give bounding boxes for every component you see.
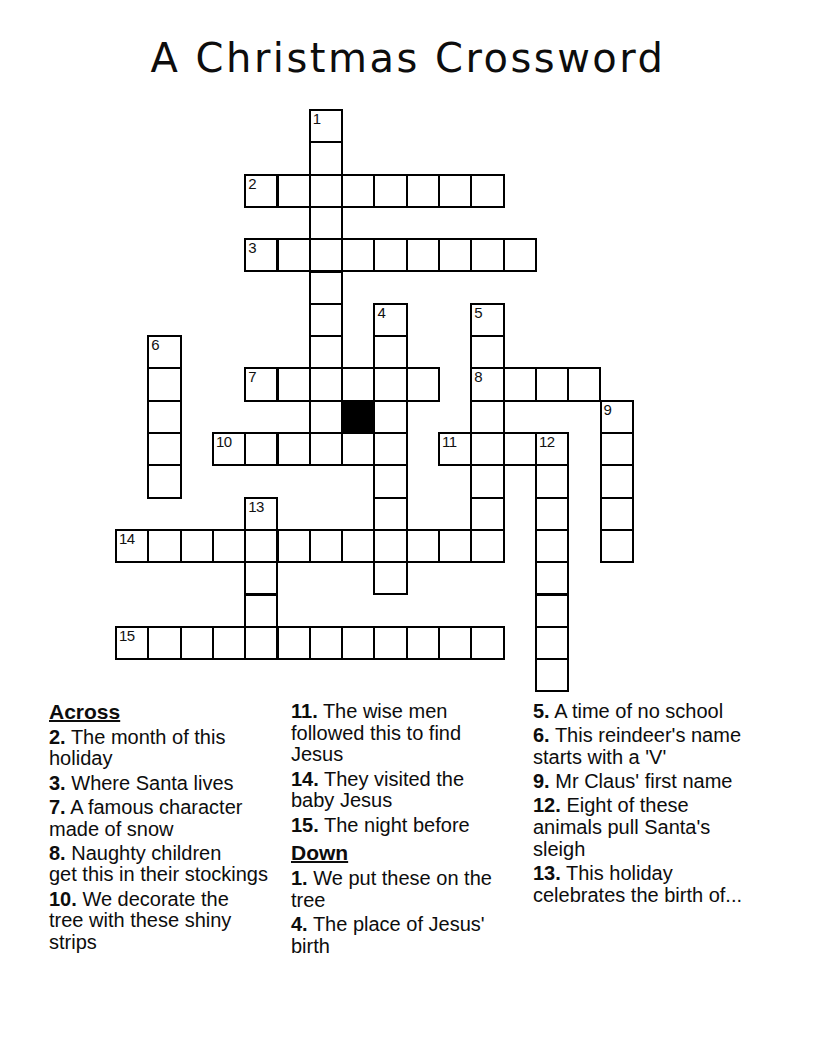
grid-cell[interactable] bbox=[309, 529, 343, 563]
grid-cell[interactable] bbox=[600, 529, 634, 563]
clue-list-heading: Across bbox=[49, 701, 290, 723]
grid-cell[interactable] bbox=[503, 432, 537, 466]
clue-item: 10. We decorate the tree with these shin… bbox=[49, 889, 290, 954]
grid-cell[interactable] bbox=[212, 626, 246, 660]
clue-number: 1. bbox=[291, 867, 308, 889]
clue-number: 14. bbox=[291, 768, 319, 790]
clue-text: The place of Jesus' birth bbox=[291, 913, 485, 957]
grid-cell[interactable] bbox=[309, 626, 343, 660]
grid-cell[interactable]: 5 bbox=[470, 303, 504, 337]
grid-cell[interactable] bbox=[535, 464, 569, 498]
cell-number: 12 bbox=[539, 434, 555, 450]
grid-cell[interactable] bbox=[503, 238, 537, 272]
grid-cell[interactable]: 14 bbox=[115, 529, 149, 563]
grid-cell[interactable]: 3 bbox=[244, 238, 278, 272]
grid-cell[interactable] bbox=[373, 529, 407, 563]
clue-section: 5. A time of no school6. This reindeer's… bbox=[533, 701, 771, 906]
clue-number: 8. bbox=[49, 842, 66, 864]
cell-number: 11 bbox=[442, 434, 457, 450]
grid-cell[interactable] bbox=[535, 594, 569, 628]
crossword-grid: 123456789101112131415 bbox=[116, 110, 635, 694]
grid-cell[interactable] bbox=[277, 174, 311, 208]
blocked-cell bbox=[341, 400, 375, 434]
clue-item: 3. Where Santa lives bbox=[49, 773, 290, 795]
clue-text: We decorate the tree with these shiny st… bbox=[49, 888, 231, 953]
clue-number: 11. bbox=[291, 700, 318, 722]
grid-cell[interactable] bbox=[277, 367, 311, 401]
clue-number: 5. bbox=[533, 700, 550, 722]
grid-cell[interactable] bbox=[600, 497, 634, 531]
clue-item: 8. Naughty children get this in their st… bbox=[49, 843, 290, 886]
grid-cell[interactable] bbox=[470, 464, 504, 498]
grid-cell[interactable] bbox=[309, 367, 343, 401]
grid-cell[interactable] bbox=[277, 626, 311, 660]
grid-cell[interactable] bbox=[567, 367, 601, 401]
grid-cell[interactable] bbox=[309, 174, 343, 208]
clue-item: 9. Mr Claus' first name bbox=[533, 771, 771, 793]
grid-cell[interactable] bbox=[147, 626, 181, 660]
grid-cell[interactable] bbox=[147, 400, 181, 434]
cell-number: 2 bbox=[248, 176, 256, 192]
clue-number: 9. bbox=[533, 770, 550, 792]
clue-number: 13. bbox=[533, 862, 561, 884]
grid-cell[interactable] bbox=[373, 561, 407, 595]
grid-cell[interactable] bbox=[341, 529, 375, 563]
grid-cell[interactable] bbox=[600, 464, 634, 498]
grid-cell[interactable] bbox=[212, 529, 246, 563]
clue-item: 14. They visited the baby Jesus bbox=[291, 769, 519, 812]
clue-item: 1. We put these on the tree bbox=[291, 868, 519, 911]
grid-cell[interactable] bbox=[309, 238, 343, 272]
clue-text: Where Santa lives bbox=[71, 772, 233, 794]
grid-cell[interactable] bbox=[373, 238, 407, 272]
clue-column-3: 5. A time of no school6. This reindeer's… bbox=[533, 701, 771, 909]
cell-number: 9 bbox=[604, 402, 612, 418]
grid-cell[interactable] bbox=[341, 367, 375, 401]
grid-cell[interactable]: 15 bbox=[115, 626, 149, 660]
grid-cell[interactable] bbox=[309, 206, 343, 240]
grid-cell[interactable] bbox=[503, 367, 537, 401]
clue-number: 3. bbox=[49, 772, 66, 794]
grid-cell[interactable] bbox=[373, 432, 407, 466]
grid-cell[interactable]: 2 bbox=[244, 174, 278, 208]
clue-number: 10. bbox=[49, 888, 77, 910]
clue-item: 11. The wise men followed this to find J… bbox=[291, 701, 519, 766]
grid-cell[interactable] bbox=[277, 432, 311, 466]
clue-number: 2. bbox=[49, 726, 66, 748]
grid-cell[interactable] bbox=[470, 174, 504, 208]
grid-cell[interactable] bbox=[341, 432, 375, 466]
clue-text: We put these on the tree bbox=[291, 867, 492, 911]
grid-cell[interactable] bbox=[147, 367, 181, 401]
grid-cell[interactable] bbox=[535, 367, 569, 401]
cell-number: 7 bbox=[248, 369, 256, 385]
grid-cell[interactable] bbox=[147, 432, 181, 466]
grid-cell[interactable] bbox=[406, 626, 440, 660]
grid-cell[interactable] bbox=[535, 626, 569, 660]
grid-cell[interactable] bbox=[309, 335, 343, 369]
grid-cell[interactable] bbox=[470, 529, 504, 563]
grid-cell[interactable]: 13 bbox=[244, 497, 278, 531]
grid-cell[interactable] bbox=[373, 464, 407, 498]
grid-cell[interactable]: 11 bbox=[438, 432, 472, 466]
grid-cell[interactable]: 12 bbox=[535, 432, 569, 466]
clue-text: A time of no school bbox=[554, 700, 723, 722]
grid-cell[interactable] bbox=[535, 658, 569, 692]
grid-cell[interactable] bbox=[470, 626, 504, 660]
grid-cell[interactable]: 8 bbox=[470, 367, 504, 401]
grid-cell[interactable] bbox=[406, 238, 440, 272]
page-title: A Christmas Crossword bbox=[0, 36, 816, 80]
grid-cell[interactable] bbox=[470, 335, 504, 369]
grid-cell[interactable] bbox=[535, 561, 569, 595]
grid-cell[interactable] bbox=[244, 432, 278, 466]
clue-text: Naughty children get this in their stock… bbox=[49, 842, 268, 886]
clue-list-heading: Down bbox=[291, 842, 519, 864]
grid-cell[interactable] bbox=[438, 529, 472, 563]
grid-cell[interactable]: 10 bbox=[212, 432, 246, 466]
grid-cell[interactable]: 9 bbox=[600, 400, 634, 434]
cell-number: 1 bbox=[313, 111, 321, 127]
grid-cell[interactable] bbox=[244, 626, 278, 660]
cell-number: 6 bbox=[151, 337, 159, 353]
clue-number: 12. bbox=[533, 794, 561, 816]
clue-item: 15. The night before bbox=[291, 815, 519, 837]
clue-text: This holiday celebrates the birth of... bbox=[533, 862, 742, 906]
grid-cell[interactable] bbox=[438, 626, 472, 660]
grid-cell[interactable]: 4 bbox=[373, 303, 407, 337]
grid-cell[interactable] bbox=[373, 497, 407, 531]
cell-number: 3 bbox=[248, 240, 256, 256]
clue-number: 4. bbox=[291, 913, 308, 935]
grid-cell[interactable] bbox=[277, 529, 311, 563]
grid-cell[interactable] bbox=[373, 367, 407, 401]
grid-cell[interactable] bbox=[147, 464, 181, 498]
grid-cell[interactable] bbox=[470, 238, 504, 272]
clue-text: The night before bbox=[324, 814, 470, 836]
grid-cell[interactable] bbox=[180, 529, 214, 563]
grid-cell[interactable] bbox=[147, 529, 181, 563]
grid-cell[interactable] bbox=[309, 303, 343, 337]
grid-cell[interactable] bbox=[438, 238, 472, 272]
grid-cell[interactable] bbox=[309, 432, 343, 466]
clue-number: 6. bbox=[533, 724, 550, 746]
clue-text: Mr Claus' first name bbox=[555, 770, 732, 792]
grid-cell[interactable] bbox=[470, 400, 504, 434]
clue-item: 12. Eight of these animals pull Santa's … bbox=[533, 795, 771, 860]
grid-cell[interactable] bbox=[373, 335, 407, 369]
clue-text: The month of this holiday bbox=[49, 726, 225, 770]
clue-section: 11. The wise men followed this to find J… bbox=[291, 701, 519, 836]
clue-item: 5. A time of no school bbox=[533, 701, 771, 723]
grid-cell[interactable] bbox=[438, 174, 472, 208]
grid-cell[interactable] bbox=[406, 367, 440, 401]
clue-item: 13. This holiday celebrates the birth of… bbox=[533, 863, 771, 906]
grid-cell[interactable] bbox=[180, 626, 214, 660]
cell-number: 13 bbox=[248, 499, 264, 515]
grid-cell[interactable] bbox=[244, 594, 278, 628]
grid-cell[interactable] bbox=[341, 174, 375, 208]
clue-column-1: Across2. The month of this holiday3. Whe… bbox=[49, 701, 290, 956]
grid-cell[interactable] bbox=[373, 174, 407, 208]
grid-cell[interactable]: 7 bbox=[244, 367, 278, 401]
grid-cell[interactable] bbox=[244, 561, 278, 595]
grid-cell[interactable] bbox=[535, 497, 569, 531]
grid-cell[interactable] bbox=[341, 238, 375, 272]
clue-item: 2. The month of this holiday bbox=[49, 727, 290, 770]
cell-number: 5 bbox=[474, 305, 482, 321]
cell-number: 14 bbox=[119, 531, 135, 547]
grid-cell[interactable] bbox=[470, 432, 504, 466]
grid-cell[interactable] bbox=[470, 497, 504, 531]
grid-cell[interactable] bbox=[309, 141, 343, 175]
clue-section: Down1. We put these on the tree4. The pl… bbox=[291, 842, 519, 957]
grid-cell[interactable] bbox=[406, 529, 440, 563]
clue-number: 15. bbox=[291, 814, 319, 836]
grid-cell[interactable] bbox=[277, 238, 311, 272]
cell-number: 10 bbox=[216, 434, 232, 450]
cell-number: 8 bbox=[474, 369, 482, 385]
cell-number: 4 bbox=[377, 305, 385, 321]
grid-cell[interactable] bbox=[600, 432, 634, 466]
clue-item: 6. This reindeer's name starts with a 'V… bbox=[533, 725, 771, 768]
grid-cell[interactable] bbox=[406, 174, 440, 208]
grid-cell[interactable] bbox=[535, 529, 569, 563]
clue-section: Across2. The month of this holiday3. Whe… bbox=[49, 701, 290, 954]
grid-cell[interactable] bbox=[244, 529, 278, 563]
grid-cell[interactable]: 1 bbox=[309, 109, 343, 143]
grid-cell[interactable] bbox=[309, 400, 343, 434]
cell-number: 15 bbox=[119, 628, 135, 644]
clue-item: 4. The place of Jesus' birth bbox=[291, 914, 519, 957]
grid-cell[interactable] bbox=[373, 400, 407, 434]
clue-text: This reindeer's name starts with a 'V' bbox=[533, 724, 741, 768]
grid-cell[interactable] bbox=[373, 626, 407, 660]
clue-number: 7. bbox=[49, 796, 66, 818]
clue-item: 7. A famous character made of snow bbox=[49, 797, 290, 840]
grid-cell[interactable] bbox=[341, 626, 375, 660]
clue-text: A famous character made of snow bbox=[49, 796, 242, 840]
grid-cell[interactable]: 6 bbox=[147, 335, 181, 369]
clue-column-2: 11. The wise men followed this to find J… bbox=[291, 701, 519, 960]
grid-cell[interactable] bbox=[309, 271, 343, 305]
